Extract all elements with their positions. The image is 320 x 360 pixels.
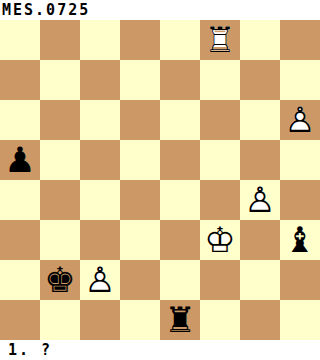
- square-a3[interactable]: [0, 220, 40, 260]
- square-f4[interactable]: [200, 180, 240, 220]
- black-king: ♚: [40, 260, 80, 300]
- square-b6[interactable]: [40, 100, 80, 140]
- square-f3[interactable]: ♚♔: [200, 220, 240, 260]
- square-f7[interactable]: [200, 60, 240, 100]
- square-f2[interactable]: [200, 260, 240, 300]
- square-f8[interactable]: ♜♖: [200, 20, 240, 60]
- square-e1[interactable]: ♜: [160, 300, 200, 340]
- square-b5[interactable]: [40, 140, 80, 180]
- square-d4[interactable]: [120, 180, 160, 220]
- square-g4[interactable]: ♟♙: [240, 180, 280, 220]
- square-h4[interactable]: [280, 180, 320, 220]
- chess-puzzle-page: MES.0725 ♜♖♟♙♟♟♙♚♔♝♚♟♙♜ 1. ?: [0, 0, 320, 360]
- white-king: ♚♔: [200, 220, 240, 260]
- square-d3[interactable]: [120, 220, 160, 260]
- square-a2[interactable]: [0, 260, 40, 300]
- square-e2[interactable]: [160, 260, 200, 300]
- square-d7[interactable]: [120, 60, 160, 100]
- square-a6[interactable]: [0, 100, 40, 140]
- square-h6[interactable]: ♟♙: [280, 100, 320, 140]
- square-a8[interactable]: [0, 20, 40, 60]
- square-d2[interactable]: [120, 260, 160, 300]
- square-b7[interactable]: [40, 60, 80, 100]
- square-d5[interactable]: [120, 140, 160, 180]
- square-b2[interactable]: ♚: [40, 260, 80, 300]
- white-pawn: ♟♙: [80, 260, 120, 300]
- white-pawn: ♟♙: [240, 180, 280, 220]
- square-g5[interactable]: [240, 140, 280, 180]
- square-g8[interactable]: [240, 20, 280, 60]
- chess-board: ♜♖♟♙♟♟♙♚♔♝♚♟♙♜: [0, 20, 320, 340]
- square-g2[interactable]: [240, 260, 280, 300]
- square-c4[interactable]: [80, 180, 120, 220]
- square-e6[interactable]: [160, 100, 200, 140]
- square-c6[interactable]: [80, 100, 120, 140]
- square-h7[interactable]: [280, 60, 320, 100]
- move-prompt-label: 1. ?: [8, 340, 52, 360]
- square-c5[interactable]: [80, 140, 120, 180]
- square-b3[interactable]: [40, 220, 80, 260]
- square-h5[interactable]: [280, 140, 320, 180]
- black-rook: ♜: [160, 300, 200, 340]
- move-prompt-bar: 1. ?: [0, 340, 320, 360]
- square-h2[interactable]: [280, 260, 320, 300]
- square-f6[interactable]: [200, 100, 240, 140]
- square-a7[interactable]: [0, 60, 40, 100]
- square-e8[interactable]: [160, 20, 200, 60]
- square-c7[interactable]: [80, 60, 120, 100]
- square-h8[interactable]: [280, 20, 320, 60]
- square-g3[interactable]: [240, 220, 280, 260]
- square-f5[interactable]: [200, 140, 240, 180]
- square-h1[interactable]: [280, 300, 320, 340]
- square-e3[interactable]: [160, 220, 200, 260]
- white-pawn: ♟♙: [280, 100, 320, 140]
- square-c8[interactable]: [80, 20, 120, 60]
- square-b8[interactable]: [40, 20, 80, 60]
- square-g1[interactable]: [240, 300, 280, 340]
- puzzle-id-label: MES.0725: [2, 0, 90, 20]
- square-e4[interactable]: [160, 180, 200, 220]
- title-bar: MES.0725: [0, 0, 320, 20]
- square-e5[interactable]: [160, 140, 200, 180]
- square-a4[interactable]: [0, 180, 40, 220]
- white-rook: ♜♖: [200, 20, 240, 60]
- square-b4[interactable]: [40, 180, 80, 220]
- square-d8[interactable]: [120, 20, 160, 60]
- square-g6[interactable]: [240, 100, 280, 140]
- square-d1[interactable]: [120, 300, 160, 340]
- square-d6[interactable]: [120, 100, 160, 140]
- square-b1[interactable]: [40, 300, 80, 340]
- black-bishop: ♝: [280, 220, 320, 260]
- black-pawn: ♟: [0, 140, 40, 180]
- square-c3[interactable]: [80, 220, 120, 260]
- square-f1[interactable]: [200, 300, 240, 340]
- square-g7[interactable]: [240, 60, 280, 100]
- square-a1[interactable]: [0, 300, 40, 340]
- square-c2[interactable]: ♟♙: [80, 260, 120, 300]
- square-e7[interactable]: [160, 60, 200, 100]
- square-h3[interactable]: ♝: [280, 220, 320, 260]
- square-c1[interactable]: [80, 300, 120, 340]
- square-a5[interactable]: ♟: [0, 140, 40, 180]
